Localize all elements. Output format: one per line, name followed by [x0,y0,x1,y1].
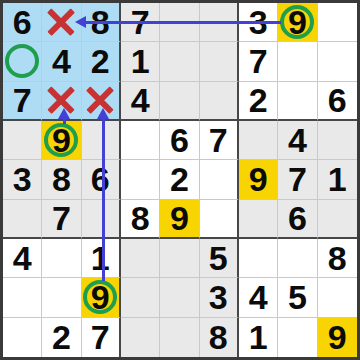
cell-r9c6[interactable]: 8 [200,318,239,357]
cell-r5c2[interactable]: 8 [42,160,81,199]
cell-r3c4[interactable]: 4 [121,82,160,121]
digit: 9 [52,123,71,157]
cell-r5c4[interactable] [121,160,160,199]
cell-r8c1[interactable] [3,278,42,317]
cell-r3c1[interactable]: 7 [3,82,42,121]
x-mark-icon [86,86,114,114]
digit: 9 [91,280,110,314]
digit: 2 [170,162,189,196]
digit: 6 [170,123,189,157]
cell-r6c9[interactable] [318,200,357,239]
x-mark-icon [47,86,75,114]
digit: 1 [328,162,347,196]
digit: 6 [328,83,347,117]
digit: 2 [249,83,268,117]
digit: 7 [209,123,228,157]
cell-r7c5[interactable] [160,239,199,278]
cell-r8c6[interactable]: 3 [200,278,239,317]
cell-r6c5[interactable]: 9 [160,200,199,239]
x-mark-icon [47,8,75,36]
digit: 9 [328,320,347,354]
cell-r6c7[interactable] [239,200,278,239]
circle-mark-icon [5,44,39,78]
digit: 4 [249,280,268,314]
cell-r7c4[interactable] [121,239,160,278]
digit: 8 [91,5,110,39]
digit: 6 [91,162,110,196]
cell-r4c1[interactable] [3,121,42,160]
cell-r3c5[interactable] [160,82,199,121]
digit: 9 [249,162,268,196]
cell-r8c9[interactable] [318,278,357,317]
cell-r3c8[interactable] [278,82,317,121]
cell-r8c3[interactable]: 9 [82,278,121,317]
cell-r8c2[interactable] [42,278,81,317]
cell-r2c9[interactable] [318,42,357,81]
cell-r2c8[interactable] [278,42,317,81]
digit: 7 [249,44,268,78]
digit: 7 [52,201,71,235]
digit: 1 [91,241,110,275]
cell-r9c9[interactable]: 9 [318,318,357,357]
cell-r4c6[interactable]: 7 [200,121,239,160]
cell-r8c4[interactable] [121,278,160,317]
cell-r6c3[interactable] [82,200,121,239]
cell-r4c7[interactable] [239,121,278,160]
cell-r7c3[interactable]: 1 [82,239,121,278]
digit: 5 [209,241,228,275]
cell-r4c4[interactable] [121,121,160,160]
cell-r8c5[interactable] [160,278,199,317]
cell-r9c7[interactable]: 1 [239,318,278,357]
cell-r2c7[interactable]: 7 [239,42,278,81]
cell-r1c5[interactable] [160,3,199,42]
digit: 8 [131,201,150,235]
cell-r7c1[interactable]: 4 [3,239,42,278]
digit: 9 [288,5,307,39]
digit: 4 [13,241,32,275]
cell-r5c8[interactable]: 7 [278,160,317,199]
digit: 7 [91,320,110,354]
cell-r2c6[interactable] [200,42,239,81]
cell-r5c7[interactable]: 9 [239,160,278,199]
cell-r9c3[interactable]: 7 [82,318,121,357]
digit: 6 [13,5,32,39]
cell-r4c3[interactable] [82,121,121,160]
cell-r4c8[interactable]: 4 [278,121,317,160]
cell-r2c3[interactable]: 2 [82,42,121,81]
cell-r1c2[interactable] [42,3,81,42]
digit: 1 [131,44,150,78]
cell-r3c6[interactable] [200,82,239,121]
cell-r5c9[interactable]: 1 [318,160,357,199]
cell-r6c6[interactable] [200,200,239,239]
cell-r8c7[interactable]: 4 [239,278,278,317]
cell-r2c2[interactable]: 4 [42,42,81,81]
cell-r9c1[interactable] [3,318,42,357]
cell-r7c8[interactable] [278,239,317,278]
cell-r1c4[interactable]: 7 [121,3,160,42]
cell-r1c6[interactable] [200,3,239,42]
cell-r7c7[interactable] [239,239,278,278]
cell-r3c7[interactable]: 2 [239,82,278,121]
digit: 4 [52,44,71,78]
cell-r4c2[interactable]: 9 [42,121,81,160]
sudoku-board: 6873942177426967438629717896415893452781… [0,0,360,360]
digit: 7 [131,5,150,39]
cell-r3c9[interactable]: 6 [318,82,357,121]
cell-r6c8[interactable]: 6 [278,200,317,239]
cell-r9c2[interactable]: 2 [42,318,81,357]
cell-r5c3[interactable]: 6 [82,160,121,199]
cell-r1c8[interactable]: 9 [278,3,317,42]
cell-r9c8[interactable] [278,318,317,357]
cell-r1c9[interactable] [318,3,357,42]
digit: 2 [52,320,71,354]
digit: 6 [288,201,307,235]
digit: 8 [328,241,347,275]
digit: 3 [13,162,32,196]
cell-r8c8[interactable]: 5 [278,278,317,317]
cell-r7c6[interactable]: 5 [200,239,239,278]
cell-r9c5[interactable] [160,318,199,357]
cell-r5c6[interactable] [200,160,239,199]
cell-r5c5[interactable]: 2 [160,160,199,199]
digit: 7 [288,162,307,196]
cell-r7c2[interactable] [42,239,81,278]
digit: 8 [209,320,228,354]
cell-r3c3[interactable] [82,82,121,121]
digit: 7 [13,83,32,117]
digit: 3 [209,280,228,314]
digit: 1 [249,320,268,354]
cell-r1c7[interactable]: 3 [239,3,278,42]
digit: 4 [288,123,307,157]
digit: 8 [52,162,71,196]
cell-r6c4[interactable]: 8 [121,200,160,239]
cell-r7c9[interactable]: 8 [318,239,357,278]
digit: 9 [170,201,189,235]
cell-r4c5[interactable]: 6 [160,121,199,160]
digit: 4 [131,83,150,117]
digit: 2 [91,44,110,78]
cell-r2c5[interactable] [160,42,199,81]
cell-r6c2[interactable]: 7 [42,200,81,239]
cell-r1c1[interactable]: 6 [3,3,42,42]
cell-r2c4[interactable]: 1 [121,42,160,81]
sudoku-grid: 6873942177426967438629717896415893452781… [3,3,357,357]
cell-r5c1[interactable]: 3 [3,160,42,199]
cell-r4c9[interactable] [318,121,357,160]
cell-r6c1[interactable] [3,200,42,239]
cell-r1c3[interactable]: 8 [82,3,121,42]
cell-r9c4[interactable] [121,318,160,357]
digit: 3 [249,5,268,39]
digit: 5 [288,280,307,314]
cell-r2c1[interactable] [3,42,42,81]
cell-r3c2[interactable] [42,82,81,121]
